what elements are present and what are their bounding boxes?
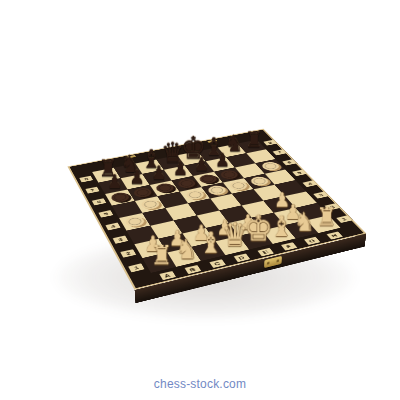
rank-label-7-left: 7 <box>85 187 99 194</box>
dark-rook-glyph: ♜ <box>245 129 263 151</box>
file-label-b: B <box>184 265 201 274</box>
light-knight-glyph: ♞ <box>175 236 197 263</box>
file-label-h: H <box>326 232 343 240</box>
file-label-c: C <box>209 259 226 268</box>
rank-label-8-left: 8 <box>79 176 93 183</box>
rank-label-3-left: 3 <box>113 236 129 244</box>
light-queen-glyph: ♛ <box>221 219 248 252</box>
photo-stage: ABCDEFGH1122334455667788♜♞♝♛♚♝♞♜♟♟♟♟♟♟♟♟… <box>0 0 400 400</box>
file-label-d: D <box>233 253 250 262</box>
watermark: chess-stock.com <box>0 377 400 391</box>
rank-label-8-right: 8 <box>263 140 277 146</box>
rank-label-5-left: 5 <box>98 210 113 218</box>
light-rook-glyph: ♜ <box>316 205 337 230</box>
file-label-e: E <box>257 248 274 257</box>
light-knight-glyph: ♞ <box>293 210 314 236</box>
rank-label-1-left: 1 <box>128 263 145 272</box>
light-rook-glyph: ♜ <box>150 242 172 269</box>
file-label-g: G <box>303 237 320 245</box>
file-label-a: A <box>159 271 176 280</box>
rank-label-4-left: 4 <box>105 223 120 231</box>
file-label-f: F <box>280 242 297 250</box>
brass-clasp-icon <box>264 256 282 268</box>
rank-label-6-left: 6 <box>92 198 107 205</box>
light-bishop-glyph: ♝ <box>270 213 293 241</box>
rank-label-2-left: 2 <box>120 249 136 258</box>
light-bishop-glyph: ♝ <box>199 229 222 258</box>
